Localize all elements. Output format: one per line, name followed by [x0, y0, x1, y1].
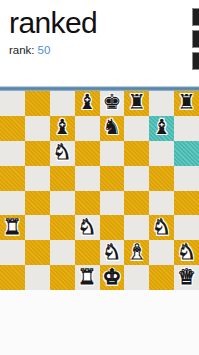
white-knight[interactable]: ♞	[103, 242, 122, 263]
square-a8[interactable]	[0, 91, 25, 116]
square-c2[interactable]	[50, 240, 75, 265]
drawer-handle-icon[interactable]	[192, 8, 199, 70]
square-a5[interactable]	[0, 166, 25, 191]
square-g4[interactable]	[149, 191, 174, 216]
white-rook[interactable]: ♜	[78, 267, 97, 288]
square-g3[interactable]: ♞	[149, 215, 174, 240]
square-g2[interactable]	[149, 240, 174, 265]
black-rook[interactable]: ♜	[127, 92, 146, 113]
square-e5[interactable]	[100, 166, 125, 191]
white-knight[interactable]: ♞	[53, 142, 72, 163]
square-g5[interactable]	[149, 166, 174, 191]
drawer-square-icon	[192, 8, 199, 26]
white-rook[interactable]: ♜	[3, 217, 22, 238]
square-g8[interactable]	[149, 91, 174, 116]
drawer-square-icon	[192, 30, 199, 48]
square-h5[interactable]	[174, 166, 199, 191]
square-c1[interactable]	[50, 265, 75, 290]
rank-label: rank:	[9, 44, 35, 56]
square-d6[interactable]	[75, 141, 100, 166]
square-b5[interactable]	[25, 166, 50, 191]
square-f5[interactable]	[124, 166, 149, 191]
square-b2[interactable]	[25, 240, 50, 265]
square-a3[interactable]: ♜	[0, 215, 25, 240]
white-knight[interactable]: ♞	[177, 242, 196, 263]
square-e6[interactable]	[100, 141, 125, 166]
square-h2[interactable]: ♞	[174, 240, 199, 265]
square-g7[interactable]: ♝	[149, 116, 174, 141]
white-bishop[interactable]: ♝	[127, 242, 146, 263]
square-f8[interactable]: ♜	[124, 91, 149, 116]
white-knight[interactable]: ♞	[152, 217, 171, 238]
white-king[interactable]: ♚	[103, 267, 122, 288]
square-d5[interactable]	[75, 166, 100, 191]
square-h8[interactable]: ♜	[174, 91, 199, 116]
footer-area: For chess pros or novices - it's a whole…	[0, 290, 199, 355]
square-c5[interactable]	[50, 166, 75, 191]
black-rook[interactable]: ♜	[177, 92, 196, 113]
black-knight[interactable]: ♞	[103, 117, 122, 138]
square-e8[interactable]: ♚	[100, 91, 125, 116]
square-e3[interactable]	[100, 215, 125, 240]
square-g6[interactable]	[149, 141, 174, 166]
square-d4[interactable]	[75, 191, 100, 216]
square-c4[interactable]	[50, 191, 75, 216]
square-h6[interactable]	[174, 141, 199, 166]
square-b8[interactable]	[25, 91, 50, 116]
drawer-square-icon	[192, 52, 199, 70]
square-h7[interactable]	[174, 116, 199, 141]
square-e2[interactable]: ♞	[100, 240, 125, 265]
square-a2[interactable]	[0, 240, 25, 265]
app-screen: ranked rank:50 ♝♚♜♜♝♞♝♞♜♞♞♞♝♞♜♚♛ For che…	[0, 0, 199, 355]
rank-line: rank:50	[9, 44, 50, 56]
rank-value: 50	[38, 44, 51, 56]
square-g1[interactable]	[149, 265, 174, 290]
square-c6[interactable]: ♞	[50, 141, 75, 166]
black-bishop[interactable]: ♝	[78, 92, 97, 113]
square-b1[interactable]	[25, 265, 50, 290]
square-f7[interactable]	[124, 116, 149, 141]
square-d3[interactable]: ♞	[75, 215, 100, 240]
square-d8[interactable]: ♝	[75, 91, 100, 116]
square-d7[interactable]	[75, 116, 100, 141]
chess-board: ♝♚♜♜♝♞♝♞♜♞♞♞♝♞♜♚♛	[0, 91, 199, 290]
square-b4[interactable]	[25, 191, 50, 216]
square-a1[interactable]	[0, 265, 25, 290]
square-a7[interactable]	[0, 116, 25, 141]
square-d1[interactable]: ♜	[75, 265, 100, 290]
square-f1[interactable]	[124, 265, 149, 290]
square-a4[interactable]	[0, 191, 25, 216]
square-e7[interactable]: ♞	[100, 116, 125, 141]
square-h1[interactable]: ♛	[174, 265, 199, 290]
square-h3[interactable]	[174, 215, 199, 240]
square-e4[interactable]	[100, 191, 125, 216]
square-f6[interactable]	[124, 141, 149, 166]
black-bishop[interactable]: ♝	[53, 117, 72, 138]
square-a6[interactable]	[0, 141, 25, 166]
header: ranked rank:50	[0, 0, 199, 86]
square-c7[interactable]: ♝	[50, 116, 75, 141]
square-e1[interactable]: ♚	[100, 265, 125, 290]
square-f3[interactable]	[124, 215, 149, 240]
white-knight[interactable]: ♞	[78, 217, 97, 238]
black-king[interactable]: ♚	[103, 92, 122, 113]
square-b7[interactable]	[25, 116, 50, 141]
square-f2[interactable]: ♝	[124, 240, 149, 265]
page-title: ranked	[9, 6, 97, 40]
square-f4[interactable]	[124, 191, 149, 216]
black-bishop[interactable]: ♝	[152, 117, 171, 138]
white-queen[interactable]: ♛	[177, 267, 196, 288]
square-d2[interactable]	[75, 240, 100, 265]
square-b6[interactable]	[25, 141, 50, 166]
square-b3[interactable]	[25, 215, 50, 240]
square-c3[interactable]	[50, 215, 75, 240]
square-h4[interactable]	[174, 191, 199, 216]
square-c8[interactable]	[50, 91, 75, 116]
